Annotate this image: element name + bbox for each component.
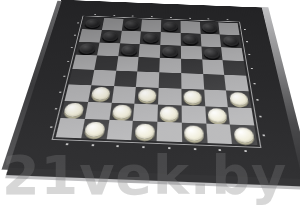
square-r1c3 bbox=[121, 19, 142, 32]
square-r3c1 bbox=[76, 41, 100, 55]
white-checker bbox=[137, 89, 156, 103]
square-r4c8 bbox=[223, 60, 246, 75]
black-checker bbox=[120, 45, 137, 56]
square-r1c1 bbox=[82, 17, 104, 29]
square-r5c5 bbox=[159, 72, 182, 88]
square-r4c1 bbox=[72, 55, 96, 70]
square-r2c3 bbox=[120, 31, 141, 44]
white-checker bbox=[91, 87, 111, 101]
square-r5c8 bbox=[224, 75, 248, 91]
board-grid bbox=[56, 17, 258, 145]
black-checker bbox=[102, 31, 119, 41]
black-checker bbox=[84, 19, 101, 29]
black-checker bbox=[124, 20, 140, 30]
square-r4c4 bbox=[138, 57, 160, 72]
square-r6c3 bbox=[111, 86, 136, 103]
white-checker bbox=[63, 103, 85, 118]
square-r7c3 bbox=[109, 102, 135, 121]
white-checker bbox=[134, 123, 154, 139]
square-r8c4 bbox=[131, 121, 157, 141]
square-r1c7 bbox=[199, 22, 219, 35]
square-r6c7 bbox=[204, 89, 228, 106]
square-r8c8 bbox=[230, 125, 257, 145]
white-checker bbox=[112, 104, 132, 119]
white-checker bbox=[184, 125, 204, 141]
square-r7c8 bbox=[228, 107, 254, 126]
white-checker bbox=[184, 90, 202, 104]
square-r2c8 bbox=[220, 34, 242, 47]
black-checker bbox=[142, 33, 158, 43]
black-checker bbox=[163, 22, 178, 32]
square-r6c5 bbox=[158, 88, 181, 105]
square-r5c6 bbox=[181, 73, 204, 89]
square-r3c6 bbox=[181, 45, 202, 59]
square-r8c3 bbox=[106, 120, 133, 140]
square-r6c8 bbox=[226, 90, 251, 107]
square-r6c1 bbox=[65, 84, 91, 101]
square-r4c2 bbox=[94, 56, 118, 71]
square-r2c6 bbox=[180, 33, 200, 46]
square-r3c4 bbox=[139, 44, 161, 58]
square-r2c7 bbox=[200, 34, 221, 47]
square-r7c2 bbox=[85, 101, 112, 120]
square-r5c3 bbox=[114, 71, 138, 87]
square-r1c6 bbox=[180, 21, 200, 34]
square-r2c4 bbox=[140, 31, 161, 44]
square-r4c6 bbox=[181, 59, 203, 74]
white-checker bbox=[160, 106, 179, 121]
square-r5c4 bbox=[136, 71, 159, 87]
square-r6c4 bbox=[135, 87, 159, 104]
white-checker bbox=[207, 108, 227, 123]
white-checker bbox=[84, 121, 106, 137]
square-r4c5 bbox=[159, 58, 181, 73]
square-r8c5 bbox=[157, 122, 182, 142]
square-r1c4 bbox=[141, 20, 161, 33]
black-checker bbox=[202, 23, 218, 33]
square-r8c7 bbox=[206, 124, 232, 144]
playing-field-border bbox=[52, 16, 262, 148]
square-r8c1 bbox=[56, 118, 85, 138]
square-r5c7 bbox=[203, 74, 226, 90]
square-r3c8 bbox=[221, 47, 244, 61]
square-r6c6 bbox=[181, 89, 205, 106]
square-r7c1 bbox=[60, 101, 88, 120]
white-checker bbox=[229, 92, 249, 106]
white-checker bbox=[233, 127, 254, 143]
square-r2c5 bbox=[160, 32, 180, 45]
black-checker bbox=[183, 34, 199, 44]
black-checker bbox=[222, 36, 239, 46]
watermark: 21vek.by bbox=[2, 144, 300, 207]
square-r3c2 bbox=[97, 42, 120, 56]
square-r2c1 bbox=[79, 29, 102, 42]
square-r3c5 bbox=[160, 45, 181, 59]
square-r1c5 bbox=[161, 20, 181, 33]
square-r7c6 bbox=[181, 105, 205, 124]
square-r4c7 bbox=[202, 60, 225, 75]
square-r5c1 bbox=[69, 69, 94, 85]
square-r3c7 bbox=[201, 46, 223, 60]
square-r7c7 bbox=[205, 106, 230, 125]
square-r3c3 bbox=[118, 43, 140, 57]
black-checker bbox=[78, 43, 96, 54]
black-checker bbox=[203, 48, 220, 59]
checkers-product-photo: 21vek.by bbox=[0, 0, 300, 209]
square-r6c2 bbox=[88, 85, 114, 102]
square-r1c8 bbox=[219, 22, 240, 35]
black-checker bbox=[162, 46, 178, 57]
square-r8c6 bbox=[182, 123, 207, 143]
square-r5c2 bbox=[91, 70, 116, 86]
square-r2c2 bbox=[99, 30, 121, 43]
square-r7c4 bbox=[133, 103, 158, 122]
square-r8c2 bbox=[81, 119, 109, 139]
square-r1c2 bbox=[102, 18, 123, 30]
square-r4c3 bbox=[116, 56, 139, 71]
square-r7c5 bbox=[157, 104, 181, 123]
